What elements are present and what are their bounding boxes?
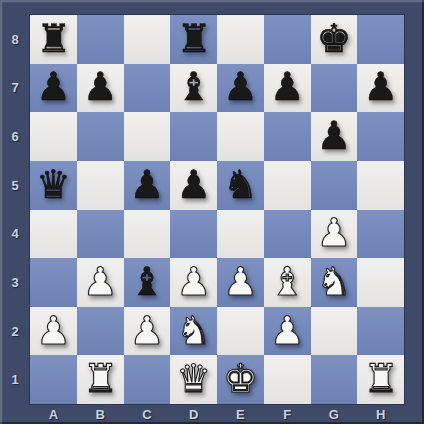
piece-black-rook-d8[interactable]: ♜ <box>176 19 211 58</box>
file-labels: ABCDEFGH <box>30 404 404 424</box>
piece-black-bishop-c3[interactable]: ♝ <box>129 262 164 301</box>
square-f4[interactable] <box>264 210 311 259</box>
square-g4[interactable]: ♟ <box>311 210 358 259</box>
piece-white-pawn-d3[interactable]: ♟ <box>176 262 211 301</box>
square-d3[interactable]: ♟ <box>170 258 217 307</box>
square-c1[interactable] <box>124 355 171 404</box>
piece-black-knight-e5[interactable]: ♞ <box>223 165 258 204</box>
square-e3[interactable]: ♟ <box>217 258 264 307</box>
piece-white-king-e1[interactable]: ♚ <box>223 359 258 398</box>
square-f5[interactable] <box>264 161 311 210</box>
rank-label-4: 4 <box>0 210 30 259</box>
rank-labels: 87654321 <box>0 15 30 404</box>
square-d1[interactable]: ♛ <box>170 355 217 404</box>
rank-label-8: 8 <box>0 15 30 64</box>
piece-black-pawn-h7[interactable]: ♟ <box>363 67 398 106</box>
square-h2[interactable] <box>357 307 404 356</box>
square-a1[interactable] <box>30 355 77 404</box>
square-b5[interactable] <box>77 161 124 210</box>
square-c8[interactable] <box>124 15 171 64</box>
square-c7[interactable] <box>124 64 171 113</box>
square-d8[interactable]: ♜ <box>170 15 217 64</box>
piece-white-pawn-a2[interactable]: ♟ <box>36 311 71 350</box>
piece-black-pawn-a7[interactable]: ♟ <box>36 67 71 106</box>
piece-black-bishop-d7[interactable]: ♝ <box>176 67 211 106</box>
piece-black-rook-a8[interactable]: ♜ <box>36 19 71 58</box>
square-f3[interactable]: ♝ <box>264 258 311 307</box>
square-c2[interactable]: ♟ <box>124 307 171 356</box>
square-b4[interactable] <box>77 210 124 259</box>
rank-label-5: 5 <box>0 161 30 210</box>
rank-label-2: 2 <box>0 307 30 356</box>
square-a4[interactable] <box>30 210 77 259</box>
piece-white-bishop-f3[interactable]: ♝ <box>270 262 305 301</box>
square-d7[interactable]: ♝ <box>170 64 217 113</box>
piece-black-pawn-b7[interactable]: ♟ <box>83 67 118 106</box>
file-label-g: G <box>311 404 358 424</box>
square-g8[interactable]: ♚ <box>311 15 358 64</box>
square-b3[interactable]: ♟ <box>77 258 124 307</box>
square-h1[interactable]: ♜ <box>357 355 404 404</box>
square-e8[interactable] <box>217 15 264 64</box>
piece-black-pawn-g6[interactable]: ♟ <box>316 116 351 155</box>
square-f8[interactable] <box>264 15 311 64</box>
square-f6[interactable] <box>264 112 311 161</box>
piece-black-pawn-f7[interactable]: ♟ <box>270 67 305 106</box>
square-h3[interactable] <box>357 258 404 307</box>
piece-black-pawn-d5[interactable]: ♟ <box>176 165 211 204</box>
piece-white-pawn-c2[interactable]: ♟ <box>129 311 164 350</box>
square-h5[interactable] <box>357 161 404 210</box>
piece-white-pawn-f2[interactable]: ♟ <box>270 311 305 350</box>
square-f1[interactable] <box>264 355 311 404</box>
square-g2[interactable] <box>311 307 358 356</box>
square-h7[interactable]: ♟ <box>357 64 404 113</box>
piece-white-rook-h1[interactable]: ♜ <box>363 359 398 398</box>
rank-label-7: 7 <box>0 64 30 113</box>
square-a7[interactable]: ♟ <box>30 64 77 113</box>
square-d4[interactable] <box>170 210 217 259</box>
square-e1[interactable]: ♚ <box>217 355 264 404</box>
file-label-d: D <box>170 404 217 424</box>
square-b2[interactable] <box>77 307 124 356</box>
square-e2[interactable] <box>217 307 264 356</box>
file-label-f: F <box>264 404 311 424</box>
file-label-h: H <box>357 404 404 424</box>
piece-white-pawn-e3[interactable]: ♟ <box>223 262 258 301</box>
square-e5[interactable]: ♞ <box>217 161 264 210</box>
piece-white-knight-d2[interactable]: ♞ <box>176 311 211 350</box>
square-b8[interactable] <box>77 15 124 64</box>
square-a5[interactable]: ♛ <box>30 161 77 210</box>
square-h4[interactable] <box>357 210 404 259</box>
square-c5[interactable]: ♟ <box>124 161 171 210</box>
file-label-c: C <box>124 404 171 424</box>
square-c3[interactable]: ♝ <box>124 258 171 307</box>
square-h8[interactable] <box>357 15 404 64</box>
piece-white-knight-g3[interactable]: ♞ <box>316 262 351 301</box>
square-g6[interactable]: ♟ <box>311 112 358 161</box>
square-g7[interactable] <box>311 64 358 113</box>
square-e4[interactable] <box>217 210 264 259</box>
square-d6[interactable] <box>170 112 217 161</box>
piece-white-rook-b1[interactable]: ♜ <box>83 359 118 398</box>
square-b6[interactable] <box>77 112 124 161</box>
chess-board-frame: 87654321 ♜♜♚♟♟♝♟♟♟♟♛♟♟♞♟♟♝♟♟♝♞♟♟♞♟♜♛♚♜ A… <box>0 0 424 424</box>
square-f2[interactable]: ♟ <box>264 307 311 356</box>
chess-board: ♜♜♚♟♟♝♟♟♟♟♛♟♟♞♟♟♝♟♟♝♞♟♟♞♟♜♛♚♜ <box>30 15 404 404</box>
piece-white-queen-d1[interactable]: ♛ <box>176 359 211 398</box>
rank-label-3: 3 <box>0 258 30 307</box>
square-d2[interactable]: ♞ <box>170 307 217 356</box>
file-label-e: E <box>217 404 264 424</box>
piece-white-pawn-g4[interactable]: ♟ <box>316 213 351 252</box>
rank-label-6: 6 <box>0 112 30 161</box>
file-label-a: A <box>30 404 77 424</box>
piece-white-pawn-b3[interactable]: ♟ <box>83 262 118 301</box>
square-e6[interactable] <box>217 112 264 161</box>
square-g3[interactable]: ♞ <box>311 258 358 307</box>
square-e7[interactable]: ♟ <box>217 64 264 113</box>
square-a3[interactable] <box>30 258 77 307</box>
square-c6[interactable] <box>124 112 171 161</box>
square-b1[interactable]: ♜ <box>77 355 124 404</box>
square-g5[interactable] <box>311 161 358 210</box>
square-h6[interactable] <box>357 112 404 161</box>
square-c4[interactable] <box>124 210 171 259</box>
square-a6[interactable] <box>30 112 77 161</box>
square-f7[interactable]: ♟ <box>264 64 311 113</box>
square-a8[interactable]: ♜ <box>30 15 77 64</box>
file-label-b: B <box>77 404 124 424</box>
square-a2[interactable]: ♟ <box>30 307 77 356</box>
square-g1[interactable] <box>311 355 358 404</box>
square-d5[interactable]: ♟ <box>170 161 217 210</box>
piece-black-king-g8[interactable]: ♚ <box>316 19 351 58</box>
piece-black-pawn-c5[interactable]: ♟ <box>129 165 164 204</box>
square-b7[interactable]: ♟ <box>77 64 124 113</box>
piece-black-queen-a5[interactable]: ♛ <box>36 165 71 204</box>
rank-label-1: 1 <box>0 355 30 404</box>
piece-black-pawn-e7[interactable]: ♟ <box>223 67 258 106</box>
